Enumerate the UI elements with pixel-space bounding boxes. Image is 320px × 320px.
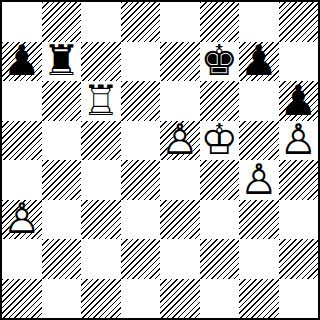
square-e4[interactable] bbox=[160, 160, 200, 200]
square-e1[interactable] bbox=[160, 279, 200, 319]
square-b1[interactable] bbox=[42, 279, 82, 319]
square-c6[interactable]: ♜♖ bbox=[81, 81, 121, 121]
square-e8[interactable] bbox=[160, 2, 200, 42]
square-g6[interactable] bbox=[239, 81, 279, 121]
square-c2[interactable] bbox=[81, 239, 121, 279]
square-b4[interactable] bbox=[42, 160, 82, 200]
black-king-glyph: ♚ bbox=[200, 42, 240, 82]
square-h1[interactable] bbox=[279, 279, 319, 319]
black-pawn[interactable]: ♟ bbox=[239, 42, 279, 82]
square-d3[interactable] bbox=[121, 200, 161, 240]
square-h4[interactable] bbox=[279, 160, 319, 200]
square-b7[interactable]: ♜ bbox=[42, 42, 82, 82]
square-e7[interactable] bbox=[160, 42, 200, 82]
square-a2[interactable] bbox=[2, 239, 42, 279]
black-king[interactable]: ♚ bbox=[200, 42, 240, 82]
black-rook[interactable]: ♜ bbox=[42, 42, 82, 82]
square-f1[interactable] bbox=[200, 279, 240, 319]
square-c8[interactable] bbox=[81, 2, 121, 42]
square-b2[interactable] bbox=[42, 239, 82, 279]
black-pawn-glyph: ♟ bbox=[2, 42, 42, 82]
square-d5[interactable] bbox=[121, 121, 161, 161]
square-d6[interactable] bbox=[121, 81, 161, 121]
square-h8[interactable] bbox=[279, 2, 319, 42]
square-a6[interactable] bbox=[2, 81, 42, 121]
square-a3[interactable]: ♟♙ bbox=[2, 200, 42, 240]
square-h3[interactable] bbox=[279, 200, 319, 240]
square-d1[interactable] bbox=[121, 279, 161, 319]
square-d8[interactable] bbox=[121, 2, 161, 42]
white-pawn-outline: ♙ bbox=[279, 121, 319, 161]
white-pawn[interactable]: ♟♙ bbox=[2, 200, 42, 240]
black-pawn-glyph: ♟ bbox=[239, 42, 279, 82]
square-f4[interactable] bbox=[200, 160, 240, 200]
square-c5[interactable] bbox=[81, 121, 121, 161]
square-c4[interactable] bbox=[81, 160, 121, 200]
square-b6[interactable] bbox=[42, 81, 82, 121]
square-a5[interactable] bbox=[2, 121, 42, 161]
chess-board: ♟♜♚♟♜♖♟♟♙♚♔♟♙♟♙♟♙ bbox=[0, 0, 320, 320]
square-e2[interactable] bbox=[160, 239, 200, 279]
square-b5[interactable] bbox=[42, 121, 82, 161]
black-pawn[interactable]: ♟ bbox=[2, 42, 42, 82]
square-d4[interactable] bbox=[121, 160, 161, 200]
square-c1[interactable] bbox=[81, 279, 121, 319]
square-g1[interactable] bbox=[239, 279, 279, 319]
square-d2[interactable] bbox=[121, 239, 161, 279]
square-g2[interactable] bbox=[239, 239, 279, 279]
square-a1[interactable] bbox=[2, 279, 42, 319]
square-e3[interactable] bbox=[160, 200, 200, 240]
white-pawn-outline: ♙ bbox=[2, 200, 42, 240]
white-rook-outline: ♖ bbox=[81, 81, 121, 121]
square-b3[interactable] bbox=[42, 200, 82, 240]
square-e5[interactable]: ♟♙ bbox=[160, 121, 200, 161]
square-d7[interactable] bbox=[121, 42, 161, 82]
square-f7[interactable]: ♚ bbox=[200, 42, 240, 82]
white-pawn[interactable]: ♟♙ bbox=[160, 121, 200, 161]
square-f2[interactable] bbox=[200, 239, 240, 279]
white-pawn[interactable]: ♟♙ bbox=[279, 121, 319, 161]
white-pawn-outline: ♙ bbox=[160, 121, 200, 161]
black-rook-glyph: ♜ bbox=[42, 42, 82, 82]
square-f5[interactable]: ♚♔ bbox=[200, 121, 240, 161]
square-g7[interactable]: ♟ bbox=[239, 42, 279, 82]
white-pawn-outline: ♙ bbox=[239, 160, 279, 200]
white-king[interactable]: ♚♔ bbox=[200, 121, 240, 161]
square-f3[interactable] bbox=[200, 200, 240, 240]
white-rook[interactable]: ♜♖ bbox=[81, 81, 121, 121]
square-h5[interactable]: ♟♙ bbox=[279, 121, 319, 161]
square-g4[interactable]: ♟♙ bbox=[239, 160, 279, 200]
square-c3[interactable] bbox=[81, 200, 121, 240]
square-h2[interactable] bbox=[279, 239, 319, 279]
square-a7[interactable]: ♟ bbox=[2, 42, 42, 82]
white-pawn[interactable]: ♟♙ bbox=[239, 160, 279, 200]
white-king-outline: ♔ bbox=[200, 121, 240, 161]
square-g3[interactable] bbox=[239, 200, 279, 240]
